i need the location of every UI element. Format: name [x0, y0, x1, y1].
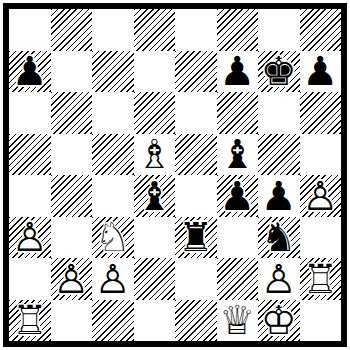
- square-g1[interactable]: ♚♔: [258, 300, 300, 342]
- black-bishop-piece: ♝: [217, 134, 259, 176]
- square-b2[interactable]: ♟♙: [51, 258, 93, 300]
- chessboard: ♟♟♟♟♚♚♟♟♝♗♝♝♝♝♟♟♟♟♟♙♟♙♞♘♜♜♞♞♟♙♟♙♟♙♜♖♜♖♛♕…: [9, 9, 341, 341]
- square-d3[interactable]: [134, 217, 176, 259]
- square-e4[interactable]: [175, 175, 217, 217]
- square-b4[interactable]: [51, 175, 93, 217]
- square-c1[interactable]: [92, 300, 134, 342]
- square-b5[interactable]: [51, 134, 93, 176]
- square-a6[interactable]: [9, 92, 51, 134]
- square-g5[interactable]: [258, 134, 300, 176]
- square-h8[interactable]: [300, 9, 342, 51]
- square-h6[interactable]: [300, 92, 342, 134]
- square-d5[interactable]: ♝♗: [134, 134, 176, 176]
- square-b7[interactable]: [51, 51, 93, 93]
- square-d1[interactable]: [134, 300, 176, 342]
- white-bishop-piece: ♗: [134, 134, 176, 176]
- square-e3[interactable]: ♜♜: [175, 217, 217, 259]
- square-a7[interactable]: ♟♟: [9, 51, 51, 93]
- white-rook-piece: ♖: [9, 300, 51, 342]
- square-g3[interactable]: ♞♞: [258, 217, 300, 259]
- square-c6[interactable]: [92, 92, 134, 134]
- black-pawn-piece: ♟: [300, 51, 342, 93]
- square-b1[interactable]: [51, 300, 93, 342]
- square-f2[interactable]: [217, 258, 259, 300]
- black-pawn-piece: ♟: [258, 175, 300, 217]
- square-f5[interactable]: ♝♝: [217, 134, 259, 176]
- square-e7[interactable]: [175, 51, 217, 93]
- square-d7[interactable]: [134, 51, 176, 93]
- square-g7[interactable]: ♚♚: [258, 51, 300, 93]
- square-d8[interactable]: [134, 9, 176, 51]
- square-b3[interactable]: [51, 217, 93, 259]
- square-f3[interactable]: [217, 217, 259, 259]
- square-h3[interactable]: [300, 217, 342, 259]
- square-a2[interactable]: [9, 258, 51, 300]
- white-knight-piece: ♘: [92, 217, 134, 259]
- chessboard-frame: ♟♟♟♟♚♚♟♟♝♗♝♝♝♝♟♟♟♟♟♙♟♙♞♘♜♜♞♞♟♙♟♙♟♙♜♖♜♖♛♕…: [3, 3, 347, 347]
- square-b6[interactable]: [51, 92, 93, 134]
- square-a3[interactable]: ♟♙: [9, 217, 51, 259]
- square-b8[interactable]: [51, 9, 93, 51]
- square-e5[interactable]: [175, 134, 217, 176]
- square-e1[interactable]: [175, 300, 217, 342]
- white-queen-piece: ♕: [217, 300, 259, 342]
- white-pawn-piece: ♙: [9, 217, 51, 259]
- black-pawn-piece: ♟: [217, 175, 259, 217]
- white-king-piece: ♔: [258, 300, 300, 342]
- black-king-piece: ♚: [258, 51, 300, 93]
- square-f8[interactable]: [217, 9, 259, 51]
- square-e6[interactable]: [175, 92, 217, 134]
- square-f1[interactable]: ♛♕: [217, 300, 259, 342]
- square-g4[interactable]: ♟♟: [258, 175, 300, 217]
- white-pawn-piece: ♙: [300, 175, 342, 217]
- square-a5[interactable]: [9, 134, 51, 176]
- white-pawn-piece: ♙: [92, 258, 134, 300]
- square-d4[interactable]: ♝♝: [134, 175, 176, 217]
- square-c7[interactable]: [92, 51, 134, 93]
- square-c5[interactable]: [92, 134, 134, 176]
- square-f7[interactable]: ♟♟: [217, 51, 259, 93]
- square-e8[interactable]: [175, 9, 217, 51]
- square-h7[interactable]: ♟♟: [300, 51, 342, 93]
- white-pawn-piece: ♙: [258, 258, 300, 300]
- white-pawn-piece: ♙: [51, 258, 93, 300]
- square-g2[interactable]: ♟♙: [258, 258, 300, 300]
- square-a1[interactable]: ♜♖: [9, 300, 51, 342]
- black-pawn-piece: ♟: [217, 51, 259, 93]
- black-bishop-piece: ♝: [134, 175, 176, 217]
- square-a4[interactable]: [9, 175, 51, 217]
- square-h2[interactable]: ♜♖: [300, 258, 342, 300]
- square-f4[interactable]: ♟♟: [217, 175, 259, 217]
- square-h1[interactable]: [300, 300, 342, 342]
- square-c3[interactable]: ♞♘: [92, 217, 134, 259]
- black-pawn-piece: ♟: [9, 51, 51, 93]
- square-c2[interactable]: ♟♙: [92, 258, 134, 300]
- square-h5[interactable]: [300, 134, 342, 176]
- square-f6[interactable]: [217, 92, 259, 134]
- black-rook-piece: ♜: [175, 217, 217, 259]
- square-g6[interactable]: [258, 92, 300, 134]
- square-a8[interactable]: [9, 9, 51, 51]
- square-c4[interactable]: [92, 175, 134, 217]
- white-rook-piece: ♖: [300, 258, 342, 300]
- square-h4[interactable]: ♟♙: [300, 175, 342, 217]
- square-g8[interactable]: [258, 9, 300, 51]
- square-d6[interactable]: [134, 92, 176, 134]
- square-e2[interactable]: [175, 258, 217, 300]
- black-knight-piece: ♞: [258, 217, 300, 259]
- square-d2[interactable]: [134, 258, 176, 300]
- square-c8[interactable]: [92, 9, 134, 51]
